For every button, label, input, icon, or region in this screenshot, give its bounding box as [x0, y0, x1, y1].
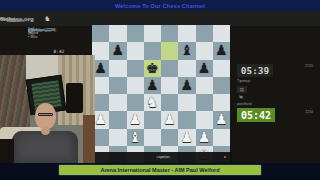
square-e7[interactable]: [161, 42, 178, 59]
square-c2[interactable]: ♝: [127, 129, 144, 146]
square-c5[interactable]: [127, 77, 144, 94]
chess-board[interactable]: ♟♝♟♟♚♟♟♟♞♟♟♟♟♝♟♟♚: [92, 25, 230, 163]
streamer-head: [35, 103, 56, 129]
square-b2[interactable]: [109, 129, 126, 146]
streamer-glasses: [38, 113, 53, 116]
square-d5[interactable]: ♟: [144, 77, 161, 94]
stream-top-banner-text: Welcome To Our Chess Channel: [115, 3, 205, 9]
square-h2[interactable]: [213, 129, 230, 146]
square-c3[interactable]: ♟: [127, 111, 144, 128]
board-bottom-overlay: paypal.me tipmojo: [95, 152, 232, 163]
user-avatar-icon[interactable]: [0, 17, 4, 21]
square-h4[interactable]: [213, 94, 230, 111]
black-pawn-d5[interactable]: ♟: [144, 77, 161, 94]
black-pawn-h7[interactable]: ♟: [213, 42, 230, 59]
square-h5[interactable]: [213, 77, 230, 94]
square-g4[interactable]: [196, 94, 213, 111]
square-g6[interactable]: ♟: [196, 60, 213, 77]
white-rating: 2234: [293, 110, 313, 114]
black-king-d6[interactable]: ♚: [144, 60, 161, 77]
square-d8[interactable]: [144, 25, 161, 42]
lichess-logo-icon[interactable]: ♞: [44, 15, 50, 22]
stream-top-banner: Welcome To Our Chess Channel: [0, 0, 320, 11]
black-pawn-b7[interactable]: ♟: [109, 42, 126, 59]
resign-icon[interactable]: ⚑: [239, 95, 243, 100]
white-clock-active: 05:42: [237, 108, 275, 122]
square-h7[interactable]: ♟: [213, 42, 230, 59]
nav-button-4[interactable]: ▤: [237, 86, 247, 93]
white-pawn-g2[interactable]: ♟: [196, 129, 213, 146]
black-bishop-f7[interactable]: ♝: [178, 42, 195, 59]
square-d7[interactable]: [144, 42, 161, 59]
square-h3[interactable]: ♟: [213, 111, 230, 128]
square-e8[interactable]: [161, 25, 178, 42]
square-g5[interactable]: [196, 77, 213, 94]
square-g2[interactable]: ♟: [196, 129, 213, 146]
square-b5[interactable]: [109, 77, 126, 94]
square-d3[interactable]: [144, 111, 161, 128]
corner-shadow: [0, 139, 14, 163]
speaker: [66, 83, 83, 113]
streamer-title-text: Arena International Master - AIM Paul We…: [100, 167, 219, 173]
square-f7[interactable]: ♝: [178, 42, 195, 59]
square-e4[interactable]: [161, 94, 178, 111]
square-h8[interactable]: [213, 25, 230, 42]
stream-frame: Welcome To Our Chess Channel ♞ lichess.o…: [0, 0, 320, 180]
square-f2[interactable]: ♟: [178, 129, 195, 146]
chair: [83, 115, 95, 163]
overlay-record-dot: [224, 156, 226, 158]
square-b4[interactable]: [109, 94, 126, 111]
black-pawn-f5[interactable]: ♟: [178, 77, 195, 94]
black-rating: 2226: [293, 64, 313, 68]
black-player-name[interactable]: Tipmojo: [237, 79, 250, 83]
square-c8[interactable]: [127, 25, 144, 42]
square-b7[interactable]: ♟: [109, 42, 126, 59]
white-pawn-f2[interactable]: ♟: [178, 129, 195, 146]
streamer-hand: [41, 127, 50, 135]
square-h6[interactable]: [213, 60, 230, 77]
white-bishop-c2[interactable]: ♝: [127, 129, 144, 146]
square-f4[interactable]: [178, 94, 195, 111]
spectator-room-link[interactable]: Spectator room: [28, 29, 52, 33]
overlay-line2: tipmojo: [159, 156, 169, 160]
square-c4[interactable]: [127, 94, 144, 111]
webcam-video: [0, 55, 95, 163]
square-g8[interactable]: [196, 25, 213, 42]
square-e2[interactable]: [161, 129, 178, 146]
stream-timer: 8:42: [50, 49, 68, 54]
white-knight-d4[interactable]: ♞: [144, 94, 161, 111]
square-c7[interactable]: [127, 42, 144, 59]
square-c6[interactable]: [127, 60, 144, 77]
move-nav-controls: «‹›»▤: [237, 86, 297, 94]
square-g7[interactable]: [196, 42, 213, 59]
square-e5[interactable]: [161, 77, 178, 94]
square-e6[interactable]: [161, 60, 178, 77]
site-header: ♞ lichess.org PLAYPUZZLESLEARNWATCHCOMMU…: [0, 11, 320, 26]
square-d6[interactable]: ♚: [144, 60, 161, 77]
square-e3[interactable]: ♟: [161, 111, 178, 128]
white-player-name[interactable]: pwelford: [237, 102, 251, 106]
square-b3[interactable]: [109, 111, 126, 128]
square-f5[interactable]: ♟: [178, 77, 195, 94]
square-f8[interactable]: [178, 25, 195, 42]
square-a8[interactable]: [92, 25, 109, 42]
square-f6[interactable]: [178, 60, 195, 77]
square-b8[interactable]: [109, 25, 126, 42]
square-f3[interactable]: [178, 111, 195, 128]
white-pawn-e3[interactable]: ♟: [161, 111, 178, 128]
black-pawn-g6[interactable]: ♟: [196, 60, 213, 77]
streamer-title-banner: Arena International Master - AIM Paul We…: [58, 164, 262, 176]
streamer-body: [12, 131, 78, 163]
white-pawn-c3[interactable]: ♟: [127, 111, 144, 128]
square-d4[interactable]: ♞: [144, 94, 161, 111]
white-pawn-h3[interactable]: ♟: [213, 111, 230, 128]
square-b6[interactable]: [109, 60, 126, 77]
square-g3[interactable]: [196, 111, 213, 128]
black-clock: 05:39: [237, 64, 273, 77]
square-d2[interactable]: [144, 129, 161, 146]
